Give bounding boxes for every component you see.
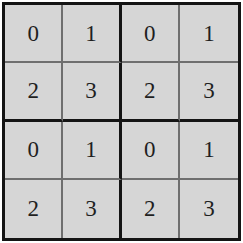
cell-r1c3: 0 [122,5,180,63]
cell-r3c1: 0 [5,122,63,180]
cell-r1c1: 0 [5,5,63,63]
cell-r4c2: 3 [63,180,121,238]
cell-r2c3: 2 [122,63,180,121]
cell-r4c3: 2 [122,180,180,238]
grid-board: 0 1 0 1 2 3 2 3 0 1 0 1 2 3 2 3 [2,2,241,241]
cell-r1c2: 1 [63,5,121,63]
cell-r2c1: 2 [5,63,63,121]
cell-r4c1: 2 [5,180,63,238]
cell-r1c4: 1 [180,5,238,63]
cell-r3c4: 1 [180,122,238,180]
cell-r4c4: 3 [180,180,238,238]
cell-r2c4: 3 [180,63,238,121]
cell-r2c2: 3 [63,63,121,121]
cell-r3c2: 1 [63,122,121,180]
cell-r3c3: 0 [122,122,180,180]
